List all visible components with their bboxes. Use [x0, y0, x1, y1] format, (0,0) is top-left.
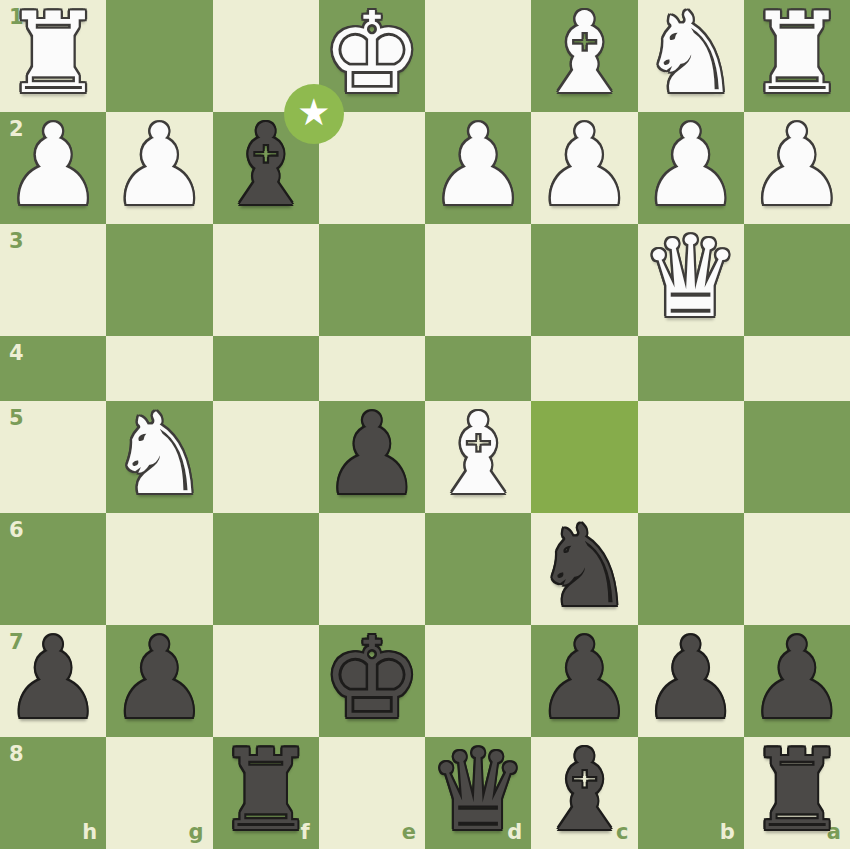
white-pawn[interactable]: ♟: [109, 109, 209, 221]
square-f8[interactable]: f♜: [213, 737, 319, 849]
star-icon: ★: [297, 94, 330, 131]
square-g7[interactable]: ♟: [106, 625, 212, 737]
square-g5[interactable]: ♞: [106, 401, 212, 513]
square-b2[interactable]: ♟: [638, 112, 744, 224]
black-pawn[interactable]: ♟: [640, 622, 740, 734]
square-h6[interactable]: 6: [0, 513, 106, 625]
square-d3[interactable]: [425, 224, 531, 336]
rank-label-6: 6: [9, 520, 24, 541]
white-knight[interactable]: ♞: [109, 398, 209, 510]
black-knight[interactable]: ♞: [534, 510, 634, 622]
white-king[interactable]: ♚: [322, 0, 422, 109]
square-e7[interactable]: ♚: [319, 625, 425, 737]
square-e8[interactable]: e: [319, 737, 425, 849]
square-c4[interactable]: [531, 336, 637, 401]
square-c1[interactable]: ♝: [531, 0, 637, 112]
square-a6[interactable]: [744, 513, 850, 625]
square-h4[interactable]: 4: [0, 336, 106, 401]
square-d8[interactable]: d♛: [425, 737, 531, 849]
square-d5[interactable]: ♝: [425, 401, 531, 513]
black-rook[interactable]: ♜: [215, 734, 315, 846]
square-b3[interactable]: ♛: [638, 224, 744, 336]
square-c8[interactable]: c♝: [531, 737, 637, 849]
file-label-b: b: [720, 822, 735, 843]
square-h3[interactable]: 3: [0, 224, 106, 336]
rank-label-8: 8: [9, 744, 24, 765]
square-b4[interactable]: [638, 336, 744, 401]
square-h2[interactable]: 2♟: [0, 112, 106, 224]
board-screenshot: 1♜♚♝♞♜2♟♟♝★♟♟♟♟3♛45♞♟♝6♞7♟♟♚♟♟♟8hgf♜ed♛c…: [0, 0, 850, 849]
file-label-g: g: [188, 822, 203, 843]
square-a3[interactable]: [744, 224, 850, 336]
square-c2[interactable]: ♟: [531, 112, 637, 224]
file-label-h: h: [82, 822, 97, 843]
square-a7[interactable]: ♟: [744, 625, 850, 737]
black-king[interactable]: ♚: [322, 622, 422, 734]
square-g8[interactable]: g: [106, 737, 212, 849]
square-h1[interactable]: 1♜: [0, 0, 106, 112]
black-pawn[interactable]: ♟: [747, 622, 847, 734]
square-f2[interactable]: ♝★: [213, 112, 319, 224]
black-pawn[interactable]: ♟: [109, 622, 209, 734]
square-b5[interactable]: [638, 401, 744, 513]
square-h5[interactable]: 5: [0, 401, 106, 513]
white-pawn[interactable]: ♟: [3, 109, 103, 221]
square-h8[interactable]: 8h: [0, 737, 106, 849]
square-a4[interactable]: [744, 336, 850, 401]
black-pawn[interactable]: ♟: [534, 622, 634, 734]
white-rook[interactable]: ♜: [747, 0, 847, 109]
square-g6[interactable]: [106, 513, 212, 625]
square-a1[interactable]: ♜: [744, 0, 850, 112]
black-rook[interactable]: ♜: [747, 734, 847, 846]
square-g2[interactable]: ♟: [106, 112, 212, 224]
square-b7[interactable]: ♟: [638, 625, 744, 737]
square-d2[interactable]: ♟: [425, 112, 531, 224]
square-a8[interactable]: a♜: [744, 737, 850, 849]
white-rook[interactable]: ♜: [3, 0, 103, 109]
square-b6[interactable]: [638, 513, 744, 625]
square-b1[interactable]: ♞: [638, 0, 744, 112]
square-e3[interactable]: [319, 224, 425, 336]
square-f4[interactable]: [213, 336, 319, 401]
square-a5[interactable]: [744, 401, 850, 513]
square-h7[interactable]: 7♟: [0, 625, 106, 737]
square-c7[interactable]: ♟: [531, 625, 637, 737]
square-f3[interactable]: [213, 224, 319, 336]
square-f6[interactable]: [213, 513, 319, 625]
white-knight[interactable]: ♞: [640, 0, 740, 109]
white-pawn[interactable]: ♟: [534, 109, 634, 221]
square-c3[interactable]: [531, 224, 637, 336]
square-f5[interactable]: [213, 401, 319, 513]
square-e6[interactable]: [319, 513, 425, 625]
square-c5[interactable]: [531, 401, 637, 513]
black-bishop[interactable]: ♝: [534, 734, 634, 846]
square-a2[interactable]: ♟: [744, 112, 850, 224]
square-c6[interactable]: ♞: [531, 513, 637, 625]
rank-label-5: 5: [9, 408, 24, 429]
rank-label-3: 3: [9, 231, 24, 252]
black-pawn[interactable]: ♟: [322, 398, 422, 510]
square-b8[interactable]: b: [638, 737, 744, 849]
square-d7[interactable]: [425, 625, 531, 737]
white-pawn[interactable]: ♟: [747, 109, 847, 221]
rank-label-4: 4: [9, 343, 24, 364]
square-g1[interactable]: [106, 0, 212, 112]
square-d6[interactable]: [425, 513, 531, 625]
chess-board: 1♜♚♝♞♜2♟♟♝★♟♟♟♟3♛45♞♟♝6♞7♟♟♚♟♟♟8hgf♜ed♛c…: [0, 0, 850, 849]
white-bishop[interactable]: ♝: [534, 0, 634, 109]
black-pawn[interactable]: ♟: [3, 622, 103, 734]
square-g3[interactable]: [106, 224, 212, 336]
square-f7[interactable]: [213, 625, 319, 737]
white-pawn[interactable]: ♟: [640, 109, 740, 221]
best-move-badge: ★: [284, 84, 344, 144]
file-label-e: e: [402, 822, 416, 843]
square-d1[interactable]: [425, 0, 531, 112]
white-queen[interactable]: ♛: [640, 221, 740, 333]
black-queen[interactable]: ♛: [428, 734, 528, 846]
white-pawn[interactable]: ♟: [428, 109, 528, 221]
square-e5[interactable]: ♟: [319, 401, 425, 513]
white-bishop[interactable]: ♝: [428, 398, 528, 510]
